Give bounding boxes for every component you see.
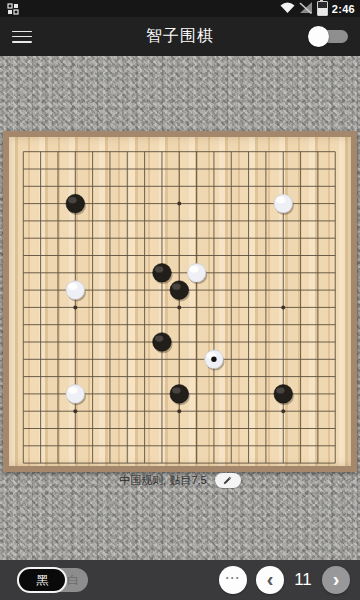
edit-rules-button[interactable] (215, 473, 241, 488)
star-point (73, 305, 77, 309)
stone-white-Q16[interactable] (274, 194, 294, 215)
pencil-icon (222, 475, 233, 486)
stone-black-K5[interactable] (170, 385, 190, 406)
stone-black-D16[interactable] (66, 194, 86, 215)
status-time: 2:46 (332, 3, 355, 15)
move-number: 11 (293, 570, 313, 590)
notification-grid-icon (7, 3, 19, 15)
status-bar: 2:46 (0, 0, 360, 17)
toggle-knob[interactable] (308, 26, 329, 47)
rule-text: 中国规则, 贴目7.5 (119, 473, 206, 488)
stone-black-J12[interactable] (153, 264, 173, 285)
more-options-button[interactable]: ··· (219, 566, 247, 594)
star-point (177, 202, 181, 206)
star-point (73, 409, 77, 413)
star-point (281, 305, 285, 309)
rule-row: 中国规则, 贴目7.5 (0, 471, 360, 489)
stone-white-D5[interactable] (66, 385, 86, 406)
ellipsis-icon: ··· (226, 571, 241, 585)
next-move-button[interactable]: › (322, 566, 350, 594)
white-option-label[interactable]: 白 (67, 572, 79, 589)
no-signal-icon (299, 0, 313, 18)
color-select-toggle[interactable]: 白 黑 (17, 568, 88, 592)
chevron-left-icon: ‹ (267, 569, 274, 589)
prev-move-button[interactable]: ‹ (256, 566, 284, 594)
black-option-selected[interactable]: 黑 (17, 567, 67, 593)
stone-white-L12[interactable] (187, 264, 207, 285)
go-board-grid[interactable] (3, 131, 357, 472)
last-move-marker (211, 357, 216, 362)
go-board[interactable] (3, 131, 357, 472)
chevron-right-icon: › (333, 569, 340, 589)
stone-white-D11[interactable] (66, 281, 86, 302)
stone-black-Q5[interactable] (274, 385, 294, 406)
wifi-icon (280, 0, 295, 18)
star-point (177, 409, 181, 413)
bottom-bar: 白 黑 ··· ‹ 11 › (0, 560, 360, 600)
battery-icon (317, 1, 328, 16)
star-point (177, 305, 181, 309)
stone-black-J8[interactable] (153, 333, 173, 354)
star-point (281, 409, 285, 413)
stone-black-K11[interactable] (170, 281, 190, 302)
ai-toggle-switch[interactable] (308, 28, 348, 45)
app-title: 智子围棋 (0, 26, 360, 47)
app-bar: 智子围棋 (0, 17, 360, 56)
